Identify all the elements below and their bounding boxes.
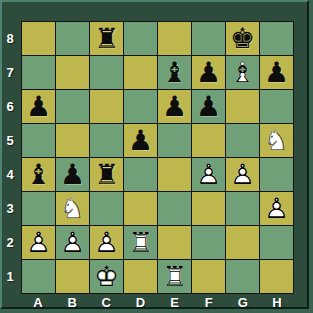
square-c6[interactable] [90, 90, 123, 123]
square-b2[interactable]: ♟♙ [56, 226, 89, 259]
white-bishop: ♝♗ [226, 56, 259, 89]
square-h6[interactable] [260, 90, 293, 123]
rank-label-2: 2 [0, 226, 20, 260]
square-g5[interactable] [226, 124, 259, 157]
square-d6[interactable] [124, 90, 157, 123]
square-f8[interactable] [192, 22, 225, 55]
square-g6[interactable] [226, 90, 259, 123]
square-b5[interactable] [56, 124, 89, 157]
square-e4[interactable] [158, 158, 191, 191]
square-h1[interactable] [260, 260, 293, 293]
square-c8[interactable]: ♜ [90, 22, 123, 55]
white-rook: ♜♖ [124, 226, 157, 259]
square-e7[interactable]: ♝ [158, 56, 191, 89]
board: ♜♚♝♟♝♗♟♟♟♟♟♞♘♝♟♜♟♙♟♙♞♘♟♙♟♙♟♙♟♙♜♖♚♔♜♖ [21, 21, 294, 294]
square-d1[interactable] [124, 260, 157, 293]
chessboard-frame: 8 7 6 5 4 3 2 1 ♜♚♝♟♝♗♟♟♟♟♟♞♘♝♟♜♟♙♟♙♞♘♟♙… [0, 0, 313, 313]
white-pawn: ♟♙ [260, 192, 293, 225]
square-a1[interactable] [22, 260, 55, 293]
rank-label-5: 5 [0, 123, 20, 157]
square-d7[interactable] [124, 56, 157, 89]
black-bishop: ♝ [22, 158, 55, 191]
square-e1[interactable]: ♜♖ [158, 260, 191, 293]
white-rook: ♜♖ [158, 260, 191, 293]
square-h8[interactable] [260, 22, 293, 55]
black-bishop: ♝ [158, 56, 191, 89]
square-b4[interactable]: ♟ [56, 158, 89, 191]
rank-label-7: 7 [0, 55, 20, 89]
black-king: ♚ [226, 22, 259, 55]
black-rook: ♜ [90, 158, 123, 191]
square-a4[interactable]: ♝ [22, 158, 55, 191]
square-f7[interactable]: ♟ [192, 56, 225, 89]
file-label-a: A [21, 292, 55, 312]
square-g1[interactable] [226, 260, 259, 293]
white-pawn: ♟♙ [22, 226, 55, 259]
square-e2[interactable] [158, 226, 191, 259]
square-b7[interactable] [56, 56, 89, 89]
square-a3[interactable] [22, 192, 55, 225]
square-a5[interactable] [22, 124, 55, 157]
black-pawn: ♟ [260, 56, 293, 89]
square-d2[interactable]: ♜♖ [124, 226, 157, 259]
rank-label-3: 3 [0, 192, 20, 226]
square-c4[interactable]: ♜ [90, 158, 123, 191]
square-f3[interactable] [192, 192, 225, 225]
rank-label-1: 1 [0, 260, 20, 294]
square-f5[interactable] [192, 124, 225, 157]
file-label-d: D [123, 292, 157, 312]
square-f2[interactable] [192, 226, 225, 259]
square-d8[interactable] [124, 22, 157, 55]
square-f4[interactable]: ♟♙ [192, 158, 225, 191]
rank-label-4: 4 [0, 158, 20, 192]
black-pawn: ♟ [22, 90, 55, 123]
square-h4[interactable] [260, 158, 293, 191]
square-b8[interactable] [56, 22, 89, 55]
square-a7[interactable] [22, 56, 55, 89]
square-b3[interactable]: ♞♘ [56, 192, 89, 225]
square-e6[interactable]: ♟ [158, 90, 191, 123]
square-h7[interactable]: ♟ [260, 56, 293, 89]
square-a6[interactable]: ♟ [22, 90, 55, 123]
black-pawn: ♟ [56, 158, 89, 191]
square-e3[interactable] [158, 192, 191, 225]
square-c5[interactable] [90, 124, 123, 157]
square-e8[interactable] [158, 22, 191, 55]
white-king: ♚♔ [90, 260, 123, 293]
square-b1[interactable] [56, 260, 89, 293]
rank-labels: 8 7 6 5 4 3 2 1 [0, 21, 20, 294]
square-c1[interactable]: ♚♔ [90, 260, 123, 293]
file-label-f: F [192, 292, 226, 312]
white-pawn: ♟♙ [56, 226, 89, 259]
square-f1[interactable] [192, 260, 225, 293]
white-knight: ♞♘ [260, 124, 293, 157]
square-a8[interactable] [22, 22, 55, 55]
square-c7[interactable] [90, 56, 123, 89]
black-rook: ♜ [90, 22, 123, 55]
square-d5[interactable]: ♟ [124, 124, 157, 157]
square-c2[interactable]: ♟♙ [90, 226, 123, 259]
square-e5[interactable] [158, 124, 191, 157]
white-pawn: ♟♙ [192, 158, 225, 191]
file-label-b: B [55, 292, 89, 312]
black-pawn: ♟ [158, 90, 191, 123]
rank-label-8: 8 [0, 21, 20, 55]
square-g2[interactable] [226, 226, 259, 259]
square-c3[interactable] [90, 192, 123, 225]
white-knight: ♞♘ [56, 192, 89, 225]
square-g3[interactable] [226, 192, 259, 225]
square-g8[interactable]: ♚ [226, 22, 259, 55]
file-label-e: E [158, 292, 192, 312]
white-pawn: ♟♙ [90, 226, 123, 259]
rank-label-6: 6 [0, 89, 20, 123]
square-a2[interactable]: ♟♙ [22, 226, 55, 259]
square-d4[interactable] [124, 158, 157, 191]
file-labels: A B C D E F G H [21, 292, 294, 312]
square-h2[interactable] [260, 226, 293, 259]
square-f6[interactable]: ♟ [192, 90, 225, 123]
black-pawn: ♟ [124, 124, 157, 157]
file-label-g: G [226, 292, 260, 312]
square-g7[interactable]: ♝♗ [226, 56, 259, 89]
file-label-h: H [260, 292, 294, 312]
black-pawn: ♟ [192, 56, 225, 89]
file-label-c: C [89, 292, 123, 312]
square-h3[interactable]: ♟♙ [260, 192, 293, 225]
square-g4[interactable]: ♟♙ [226, 158, 259, 191]
square-h5[interactable]: ♞♘ [260, 124, 293, 157]
white-pawn: ♟♙ [226, 158, 259, 191]
square-d3[interactable] [124, 192, 157, 225]
black-pawn: ♟ [192, 90, 225, 123]
square-b6[interactable] [56, 90, 89, 123]
